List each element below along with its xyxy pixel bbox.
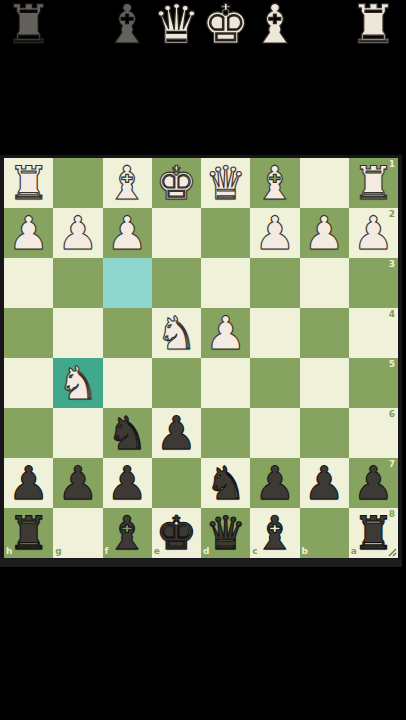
- file-label-d: d: [203, 547, 209, 556]
- rank-label-1: 1: [389, 160, 395, 169]
- square-a1[interactable]: 1♜: [349, 158, 398, 208]
- file-label-g: g: [55, 547, 61, 556]
- square-f4[interactable]: [103, 308, 152, 358]
- piece-bB-c8[interactable]: ♝: [250, 508, 299, 558]
- top-strip-cell: ♜: [4, 0, 53, 46]
- file-label-h: h: [6, 547, 12, 556]
- video-frame: ♜♝♛♚♝♜ ♜♝♚♛♝1♜♟♟♟♟♟2♟3♞♟4♞5♞♟6♟♟♟♞♟♟7♟h♜…: [0, 0, 406, 720]
- square-b5[interactable]: [300, 358, 349, 408]
- square-d8[interactable]: d♛: [201, 508, 250, 558]
- square-e5[interactable]: [152, 358, 201, 408]
- square-d1[interactable]: ♛: [201, 158, 250, 208]
- square-g7[interactable]: ♟: [53, 458, 102, 508]
- piece-wR-h1[interactable]: ♜: [4, 158, 53, 208]
- square-g4[interactable]: [53, 308, 102, 358]
- square-e3[interactable]: [152, 258, 201, 308]
- top-strip-piece-wB: ♝: [103, 0, 151, 46]
- rank-label-5: 5: [389, 360, 395, 369]
- square-h4[interactable]: [4, 308, 53, 358]
- square-f2[interactable]: ♟: [103, 208, 152, 258]
- square-g5[interactable]: ♞: [53, 358, 102, 408]
- piece-wN-g5[interactable]: ♞: [53, 358, 102, 408]
- square-h2[interactable]: ♟: [4, 208, 53, 258]
- square-h7[interactable]: ♟: [4, 458, 53, 508]
- square-f7[interactable]: ♟: [103, 458, 152, 508]
- rank-label-8: 8: [389, 510, 395, 519]
- top-strip-cell: [300, 0, 349, 46]
- square-g8[interactable]: g: [53, 508, 102, 558]
- square-d7[interactable]: ♞: [201, 458, 250, 508]
- square-h8[interactable]: h♜: [4, 508, 53, 558]
- board-bottom-edge: [0, 559, 402, 567]
- top-strip-cell: ♜: [349, 0, 398, 46]
- square-a8[interactable]: 8a♜: [349, 508, 398, 558]
- square-g1[interactable]: [53, 158, 102, 208]
- square-a3[interactable]: 3: [349, 258, 398, 308]
- top-strip-piece-wB: ♝: [251, 0, 299, 46]
- square-a5[interactable]: 5: [349, 358, 398, 408]
- piece-wN-e4[interactable]: ♞: [152, 308, 201, 358]
- top-strip-cell: ♛: [152, 0, 201, 46]
- square-e7[interactable]: [152, 458, 201, 508]
- piece-wB-f1[interactable]: ♝: [103, 158, 152, 208]
- square-c7[interactable]: ♟: [250, 458, 299, 508]
- piece-wP-c2[interactable]: ♟: [250, 208, 299, 258]
- piece-wP-g2[interactable]: ♟: [53, 208, 102, 258]
- top-strip-piece-wK: ♚: [201, 0, 249, 46]
- rank-label-4: 4: [389, 310, 395, 319]
- square-b2[interactable]: ♟: [300, 208, 349, 258]
- file-label-c: c: [252, 547, 257, 556]
- square-c8[interactable]: c♝: [250, 508, 299, 558]
- square-d3[interactable]: [201, 258, 250, 308]
- piece-wP-f2[interactable]: ♟: [103, 208, 152, 258]
- square-e6[interactable]: ♟: [152, 408, 201, 458]
- top-strip-cell: ♚: [201, 0, 250, 46]
- square-c3[interactable]: [250, 258, 299, 308]
- square-b4[interactable]: [300, 308, 349, 358]
- rank-label-2: 2: [389, 210, 395, 219]
- square-h3[interactable]: [4, 258, 53, 308]
- piece-bP-b7[interactable]: ♟: [300, 458, 349, 508]
- top-strip-cell: [53, 0, 102, 46]
- piece-wK-e1[interactable]: ♚: [152, 158, 201, 208]
- square-a2[interactable]: 2♟: [349, 208, 398, 258]
- piece-wP-b2[interactable]: ♟: [300, 208, 349, 258]
- square-f3[interactable]: [103, 258, 152, 308]
- square-d5[interactable]: [201, 358, 250, 408]
- square-e8[interactable]: e♚: [152, 508, 201, 558]
- piece-wP-d4[interactable]: ♟: [201, 308, 250, 358]
- square-h1[interactable]: ♜: [4, 158, 53, 208]
- top-strip-piece-wR: ♜: [349, 0, 397, 46]
- square-b7[interactable]: ♟: [300, 458, 349, 508]
- top-strip-cell: ♝: [103, 0, 152, 46]
- file-label-b: b: [302, 547, 308, 556]
- square-c4[interactable]: [250, 308, 299, 358]
- square-f8[interactable]: f♝: [103, 508, 152, 558]
- square-c5[interactable]: [250, 358, 299, 408]
- rank-label-7: 7: [389, 460, 395, 469]
- piece-bB-f8[interactable]: ♝: [103, 508, 152, 558]
- square-h5[interactable]: [4, 358, 53, 408]
- top-strip-piece-wR: ♜: [4, 0, 52, 46]
- piece-bN-d7[interactable]: ♞: [201, 458, 250, 508]
- piece-bN-f6[interactable]: ♞: [103, 408, 152, 458]
- square-g3[interactable]: [53, 258, 102, 308]
- file-label-f: f: [105, 547, 109, 556]
- square-b1[interactable]: [300, 158, 349, 208]
- square-c6[interactable]: [250, 408, 299, 458]
- square-e1[interactable]: ♚: [152, 158, 201, 208]
- rank-label-3: 3: [389, 260, 395, 269]
- square-a4[interactable]: 4: [349, 308, 398, 358]
- board-border: ♜♝♚♛♝1♜♟♟♟♟♟2♟3♞♟4♞5♞♟6♟♟♟♞♟♟7♟h♜gf♝e♚d♛…: [0, 155, 402, 567]
- piece-bP-c7[interactable]: ♟: [250, 458, 299, 508]
- square-b8[interactable]: b: [300, 508, 349, 558]
- square-f6[interactable]: ♞: [103, 408, 152, 458]
- file-label-e: e: [154, 547, 160, 556]
- square-e2[interactable]: [152, 208, 201, 258]
- piece-wQ-d1[interactable]: ♛: [201, 158, 250, 208]
- square-f1[interactable]: ♝: [103, 158, 152, 208]
- piece-bP-g7[interactable]: ♟: [53, 458, 102, 508]
- chess-board[interactable]: ♜♝♚♛♝1♜♟♟♟♟♟2♟3♞♟4♞5♞♟6♟♟♟♞♟♟7♟h♜gf♝e♚d♛…: [4, 158, 398, 558]
- square-e4[interactable]: ♞: [152, 308, 201, 358]
- piece-wP-h2[interactable]: ♟: [4, 208, 53, 258]
- file-label-a: a: [351, 547, 357, 556]
- square-b3[interactable]: [300, 258, 349, 308]
- square-g2[interactable]: ♟: [53, 208, 102, 258]
- rank-label-6: 6: [389, 410, 395, 419]
- piece-wB-c1[interactable]: ♝: [250, 158, 299, 208]
- square-d2[interactable]: [201, 208, 250, 258]
- square-d6[interactable]: [201, 408, 250, 458]
- square-a7[interactable]: 7♟: [349, 458, 398, 508]
- piece-bP-h7[interactable]: ♟: [4, 458, 53, 508]
- square-f5[interactable]: [103, 358, 152, 408]
- square-g6[interactable]: [53, 408, 102, 458]
- square-c2[interactable]: ♟: [250, 208, 299, 258]
- piece-bP-f7[interactable]: ♟: [103, 458, 152, 508]
- square-b6[interactable]: [300, 408, 349, 458]
- square-a6[interactable]: 6: [349, 408, 398, 458]
- piece-bP-e6[interactable]: ♟: [152, 408, 201, 458]
- top-strip-piece-wQ: ♛: [152, 0, 200, 46]
- top-strip-cell: ♝: [250, 0, 299, 46]
- square-d4[interactable]: ♟: [201, 308, 250, 358]
- board-resize-handle-icon[interactable]: [386, 546, 397, 557]
- square-h6[interactable]: [4, 408, 53, 458]
- square-c1[interactable]: ♝: [250, 158, 299, 208]
- top-board-edge-strip: ♜♝♛♚♝♜: [4, 0, 398, 46]
